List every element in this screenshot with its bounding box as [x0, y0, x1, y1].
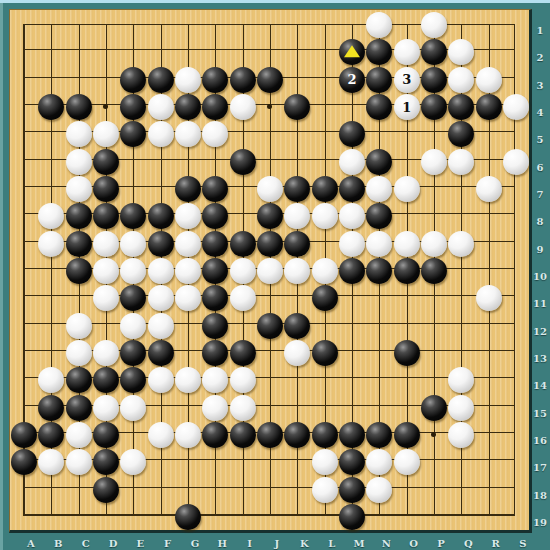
board-point-R9[interactable]: [475, 230, 502, 257]
board-point-A2[interactable]: [11, 39, 38, 66]
board-point-S5[interactable]: [502, 121, 529, 148]
board-point-B11[interactable]: [38, 285, 65, 312]
board-point-E9[interactable]: [120, 230, 147, 257]
board-point-L9[interactable]: [311, 230, 338, 257]
board-point-P16[interactable]: [420, 421, 447, 448]
board-point-Q10[interactable]: [448, 257, 475, 284]
board-point-C6[interactable]: [65, 148, 92, 175]
board-point-M16[interactable]: [338, 421, 365, 448]
board-point-M18[interactable]: [338, 476, 365, 503]
board-point-Q12[interactable]: [448, 312, 475, 339]
board-point-R12[interactable]: [475, 312, 502, 339]
board-point-M3[interactable]: 2: [338, 66, 365, 93]
board-point-S6[interactable]: [502, 148, 529, 175]
board-point-S10[interactable]: [502, 257, 529, 284]
board-point-I8[interactable]: [229, 203, 256, 230]
board-point-K4[interactable]: [284, 93, 311, 120]
board-point-E8[interactable]: [120, 203, 147, 230]
board-point-P17[interactable]: [420, 449, 447, 476]
board-point-B8[interactable]: [38, 203, 65, 230]
board-point-Q19[interactable]: [448, 503, 475, 530]
board-point-A16[interactable]: [11, 421, 38, 448]
board-point-I6[interactable]: [229, 148, 256, 175]
board-point-I1[interactable]: [229, 12, 256, 39]
board-point-F18[interactable]: [147, 476, 174, 503]
board-point-M12[interactable]: [338, 312, 365, 339]
board-point-O11[interactable]: [393, 285, 420, 312]
board-point-P7[interactable]: [420, 175, 447, 202]
board-point-L2[interactable]: [311, 39, 338, 66]
board-point-H7[interactable]: [202, 175, 229, 202]
board-point-I5[interactable]: [229, 121, 256, 148]
board-point-I7[interactable]: [229, 175, 256, 202]
board-point-J4[interactable]: [256, 93, 283, 120]
board-point-K5[interactable]: [284, 121, 311, 148]
board-point-J3[interactable]: [256, 66, 283, 93]
board-point-C15[interactable]: [65, 394, 92, 421]
board-point-N7[interactable]: [366, 175, 393, 202]
board-point-O10[interactable]: [393, 257, 420, 284]
board-point-S3[interactable]: [502, 66, 529, 93]
board-point-E15[interactable]: [120, 394, 147, 421]
board-point-N6[interactable]: [366, 148, 393, 175]
board-point-F7[interactable]: [147, 175, 174, 202]
board-point-P4[interactable]: [420, 93, 447, 120]
board-point-J5[interactable]: [256, 121, 283, 148]
board-point-K3[interactable]: [284, 66, 311, 93]
board-point-Q11[interactable]: [448, 285, 475, 312]
board-point-P19[interactable]: [420, 503, 447, 530]
board-point-G5[interactable]: [174, 121, 201, 148]
board-point-D4[interactable]: [92, 93, 119, 120]
board-point-C2[interactable]: [65, 39, 92, 66]
board-point-G1[interactable]: [174, 12, 201, 39]
board-point-P5[interactable]: [420, 121, 447, 148]
board-point-J13[interactable]: [256, 339, 283, 366]
board-point-B3[interactable]: [38, 66, 65, 93]
board-point-D10[interactable]: [92, 257, 119, 284]
board-point-N9[interactable]: [366, 230, 393, 257]
board-point-H12[interactable]: [202, 312, 229, 339]
board-point-R4[interactable]: [475, 93, 502, 120]
board-point-G12[interactable]: [174, 312, 201, 339]
board-point-C7[interactable]: [65, 175, 92, 202]
board-point-I10[interactable]: [229, 257, 256, 284]
board-point-Q5[interactable]: [448, 121, 475, 148]
board-point-G14[interactable]: [174, 367, 201, 394]
board-point-R19[interactable]: [475, 503, 502, 530]
board-point-K7[interactable]: [284, 175, 311, 202]
board-point-R18[interactable]: [475, 476, 502, 503]
board-point-D5[interactable]: [92, 121, 119, 148]
board-point-H10[interactable]: [202, 257, 229, 284]
board-point-J6[interactable]: [256, 148, 283, 175]
board-point-L1[interactable]: [311, 12, 338, 39]
board-point-F16[interactable]: [147, 421, 174, 448]
board-point-M9[interactable]: [338, 230, 365, 257]
board-point-A1[interactable]: [11, 12, 38, 39]
board-point-A6[interactable]: [11, 148, 38, 175]
board-point-L17[interactable]: [311, 449, 338, 476]
board-point-J8[interactable]: [256, 203, 283, 230]
board-point-Q13[interactable]: [448, 339, 475, 366]
board-point-H2[interactable]: [202, 39, 229, 66]
board-point-A10[interactable]: [11, 257, 38, 284]
board-point-R13[interactable]: [475, 339, 502, 366]
board-point-B5[interactable]: [38, 121, 65, 148]
board-point-J14[interactable]: [256, 367, 283, 394]
board-point-G17[interactable]: [174, 449, 201, 476]
board-point-C1[interactable]: [65, 12, 92, 39]
board-point-O5[interactable]: [393, 121, 420, 148]
board-point-G18[interactable]: [174, 476, 201, 503]
board-point-I16[interactable]: [229, 421, 256, 448]
board-point-O19[interactable]: [393, 503, 420, 530]
board-point-J11[interactable]: [256, 285, 283, 312]
board-point-D19[interactable]: [92, 503, 119, 530]
board-point-O8[interactable]: [393, 203, 420, 230]
board-point-G16[interactable]: [174, 421, 201, 448]
board-point-F19[interactable]: [147, 503, 174, 530]
board-point-O7[interactable]: [393, 175, 420, 202]
board-point-S8[interactable]: [502, 203, 529, 230]
board-point-F17[interactable]: [147, 449, 174, 476]
board-point-A9[interactable]: [11, 230, 38, 257]
board-point-N16[interactable]: [366, 421, 393, 448]
board-point-B16[interactable]: [38, 421, 65, 448]
board-point-F12[interactable]: [147, 312, 174, 339]
board-point-A4[interactable]: [11, 93, 38, 120]
board-point-F2[interactable]: [147, 39, 174, 66]
board-point-J12[interactable]: [256, 312, 283, 339]
board-point-O18[interactable]: [393, 476, 420, 503]
board-point-G13[interactable]: [174, 339, 201, 366]
board-point-I9[interactable]: [229, 230, 256, 257]
board-point-N14[interactable]: [366, 367, 393, 394]
board-point-I11[interactable]: [229, 285, 256, 312]
board-point-Q16[interactable]: [448, 421, 475, 448]
board-point-S12[interactable]: [502, 312, 529, 339]
board-point-K10[interactable]: [284, 257, 311, 284]
board-point-D9[interactable]: [92, 230, 119, 257]
board-point-B6[interactable]: [38, 148, 65, 175]
board-point-R2[interactable]: [475, 39, 502, 66]
board-point-A7[interactable]: [11, 175, 38, 202]
board-point-N8[interactable]: [366, 203, 393, 230]
board-point-Q1[interactable]: [448, 12, 475, 39]
board-point-B7[interactable]: [38, 175, 65, 202]
board-point-G15[interactable]: [174, 394, 201, 421]
board-point-D15[interactable]: [92, 394, 119, 421]
board-point-S11[interactable]: [502, 285, 529, 312]
board-point-K18[interactable]: [284, 476, 311, 503]
board-point-Q8[interactable]: [448, 203, 475, 230]
board-point-I13[interactable]: [229, 339, 256, 366]
board-point-R3[interactable]: [475, 66, 502, 93]
board-point-N10[interactable]: [366, 257, 393, 284]
board-point-M1[interactable]: [338, 12, 365, 39]
board-point-Q14[interactable]: [448, 367, 475, 394]
board-point-F8[interactable]: [147, 203, 174, 230]
board-point-I3[interactable]: [229, 66, 256, 93]
board-point-F15[interactable]: [147, 394, 174, 421]
board-point-Q15[interactable]: [448, 394, 475, 421]
board-point-A17[interactable]: [11, 449, 38, 476]
board-point-E2[interactable]: [120, 39, 147, 66]
board-point-E4[interactable]: [120, 93, 147, 120]
board-point-O3[interactable]: 3: [393, 66, 420, 93]
board-point-L16[interactable]: [311, 421, 338, 448]
board-point-F13[interactable]: [147, 339, 174, 366]
board-point-I4[interactable]: [229, 93, 256, 120]
board-point-I18[interactable]: [229, 476, 256, 503]
board-point-Q18[interactable]: [448, 476, 475, 503]
board-point-K6[interactable]: [284, 148, 311, 175]
board-point-E16[interactable]: [120, 421, 147, 448]
board-point-L13[interactable]: [311, 339, 338, 366]
board-point-O17[interactable]: [393, 449, 420, 476]
board-point-N4[interactable]: [366, 93, 393, 120]
board-point-P13[interactable]: [420, 339, 447, 366]
board-point-L14[interactable]: [311, 367, 338, 394]
board-point-H8[interactable]: [202, 203, 229, 230]
board-point-Q9[interactable]: [448, 230, 475, 257]
board-point-R5[interactable]: [475, 121, 502, 148]
board-point-M13[interactable]: [338, 339, 365, 366]
board-point-B2[interactable]: [38, 39, 65, 66]
board-point-B14[interactable]: [38, 367, 65, 394]
board-point-G11[interactable]: [174, 285, 201, 312]
board-point-M8[interactable]: [338, 203, 365, 230]
board-point-E17[interactable]: [120, 449, 147, 476]
board-point-R1[interactable]: [475, 12, 502, 39]
board-point-M5[interactable]: [338, 121, 365, 148]
board-point-S4[interactable]: [502, 93, 529, 120]
board-point-B4[interactable]: [38, 93, 65, 120]
board-point-G10[interactable]: [174, 257, 201, 284]
board-point-P6[interactable]: [420, 148, 447, 175]
board-point-M17[interactable]: [338, 449, 365, 476]
board-point-L3[interactable]: [311, 66, 338, 93]
board-point-L6[interactable]: [311, 148, 338, 175]
board-point-J10[interactable]: [256, 257, 283, 284]
board-point-R10[interactable]: [475, 257, 502, 284]
board-point-E18[interactable]: [120, 476, 147, 503]
board-point-F4[interactable]: [147, 93, 174, 120]
board-point-D1[interactable]: [92, 12, 119, 39]
board-point-Q4[interactable]: [448, 93, 475, 120]
board-point-J17[interactable]: [256, 449, 283, 476]
board-point-A19[interactable]: [11, 503, 38, 530]
board-point-P8[interactable]: [420, 203, 447, 230]
board-point-P18[interactable]: [420, 476, 447, 503]
board-point-M2[interactable]: [338, 39, 365, 66]
board-point-G8[interactable]: [174, 203, 201, 230]
board-point-D2[interactable]: [92, 39, 119, 66]
board-point-S9[interactable]: [502, 230, 529, 257]
board-point-G3[interactable]: [174, 66, 201, 93]
board-point-S19[interactable]: [502, 503, 529, 530]
board-point-P14[interactable]: [420, 367, 447, 394]
board-point-J1[interactable]: [256, 12, 283, 39]
board-point-E13[interactable]: [120, 339, 147, 366]
board-point-A5[interactable]: [11, 121, 38, 148]
board-point-G19[interactable]: [174, 503, 201, 530]
board-point-D7[interactable]: [92, 175, 119, 202]
board-point-S1[interactable]: [502, 12, 529, 39]
board-point-S18[interactable]: [502, 476, 529, 503]
board-point-M14[interactable]: [338, 367, 365, 394]
board-point-C16[interactable]: [65, 421, 92, 448]
board-point-R11[interactable]: [475, 285, 502, 312]
board-point-E5[interactable]: [120, 121, 147, 148]
board-point-I15[interactable]: [229, 394, 256, 421]
board-point-C19[interactable]: [65, 503, 92, 530]
board-point-E19[interactable]: [120, 503, 147, 530]
board-point-B18[interactable]: [38, 476, 65, 503]
board-point-R17[interactable]: [475, 449, 502, 476]
board-point-K11[interactable]: [284, 285, 311, 312]
board-point-O12[interactable]: [393, 312, 420, 339]
board-point-J7[interactable]: [256, 175, 283, 202]
board-point-G9[interactable]: [174, 230, 201, 257]
board-point-E11[interactable]: [120, 285, 147, 312]
board-point-F1[interactable]: [147, 12, 174, 39]
board-point-I17[interactable]: [229, 449, 256, 476]
board-point-H16[interactable]: [202, 421, 229, 448]
board-point-L8[interactable]: [311, 203, 338, 230]
board-point-H5[interactable]: [202, 121, 229, 148]
board-point-Q17[interactable]: [448, 449, 475, 476]
board-point-E14[interactable]: [120, 367, 147, 394]
board-point-G4[interactable]: [174, 93, 201, 120]
board-point-N13[interactable]: [366, 339, 393, 366]
board-point-C8[interactable]: [65, 203, 92, 230]
board-point-E7[interactable]: [120, 175, 147, 202]
board-point-K2[interactable]: [284, 39, 311, 66]
board-point-G2[interactable]: [174, 39, 201, 66]
board-point-P2[interactable]: [420, 39, 447, 66]
board-point-S13[interactable]: [502, 339, 529, 366]
board-point-B19[interactable]: [38, 503, 65, 530]
board-point-H14[interactable]: [202, 367, 229, 394]
board-point-K1[interactable]: [284, 12, 311, 39]
board-point-D12[interactable]: [92, 312, 119, 339]
board-point-H15[interactable]: [202, 394, 229, 421]
board-point-A12[interactable]: [11, 312, 38, 339]
board-point-R14[interactable]: [475, 367, 502, 394]
board-point-N11[interactable]: [366, 285, 393, 312]
board-point-N2[interactable]: [366, 39, 393, 66]
board-point-H9[interactable]: [202, 230, 229, 257]
board-point-L4[interactable]: [311, 93, 338, 120]
board-point-K17[interactable]: [284, 449, 311, 476]
board-point-B15[interactable]: [38, 394, 65, 421]
board-point-A13[interactable]: [11, 339, 38, 366]
board-point-M19[interactable]: [338, 503, 365, 530]
board-point-K16[interactable]: [284, 421, 311, 448]
board-point-S14[interactable]: [502, 367, 529, 394]
board-point-E12[interactable]: [120, 312, 147, 339]
board-point-C14[interactable]: [65, 367, 92, 394]
board-point-A15[interactable]: [11, 394, 38, 421]
board-point-J19[interactable]: [256, 503, 283, 530]
board-point-P9[interactable]: [420, 230, 447, 257]
board-point-I12[interactable]: [229, 312, 256, 339]
board-point-M15[interactable]: [338, 394, 365, 421]
board-point-S15[interactable]: [502, 394, 529, 421]
board-point-C13[interactable]: [65, 339, 92, 366]
go-board[interactable]: 231: [9, 9, 532, 533]
board-point-M6[interactable]: [338, 148, 365, 175]
board-point-L18[interactable]: [311, 476, 338, 503]
board-point-N1[interactable]: [366, 12, 393, 39]
board-point-N3[interactable]: [366, 66, 393, 93]
board-point-H11[interactable]: [202, 285, 229, 312]
board-point-M4[interactable]: [338, 93, 365, 120]
board-point-F3[interactable]: [147, 66, 174, 93]
board-point-N18[interactable]: [366, 476, 393, 503]
board-point-N5[interactable]: [366, 121, 393, 148]
board-point-D11[interactable]: [92, 285, 119, 312]
board-point-P12[interactable]: [420, 312, 447, 339]
board-point-E6[interactable]: [120, 148, 147, 175]
board-point-K14[interactable]: [284, 367, 311, 394]
board-point-D18[interactable]: [92, 476, 119, 503]
board-point-B1[interactable]: [38, 12, 65, 39]
board-point-F9[interactable]: [147, 230, 174, 257]
board-point-P3[interactable]: [420, 66, 447, 93]
board-point-N12[interactable]: [366, 312, 393, 339]
board-point-S2[interactable]: [502, 39, 529, 66]
board-point-D8[interactable]: [92, 203, 119, 230]
board-point-N19[interactable]: [366, 503, 393, 530]
board-point-H17[interactable]: [202, 449, 229, 476]
board-point-L19[interactable]: [311, 503, 338, 530]
board-point-R7[interactable]: [475, 175, 502, 202]
board-point-C18[interactable]: [65, 476, 92, 503]
board-point-F11[interactable]: [147, 285, 174, 312]
board-point-A8[interactable]: [11, 203, 38, 230]
board-point-L5[interactable]: [311, 121, 338, 148]
board-point-K19[interactable]: [284, 503, 311, 530]
board-point-O16[interactable]: [393, 421, 420, 448]
board-point-O13[interactable]: [393, 339, 420, 366]
board-point-S17[interactable]: [502, 449, 529, 476]
board-point-E3[interactable]: [120, 66, 147, 93]
board-point-K15[interactable]: [284, 394, 311, 421]
board-point-H13[interactable]: [202, 339, 229, 366]
board-point-M10[interactable]: [338, 257, 365, 284]
board-point-J9[interactable]: [256, 230, 283, 257]
board-point-B12[interactable]: [38, 312, 65, 339]
board-point-O6[interactable]: [393, 148, 420, 175]
board-point-C4[interactable]: [65, 93, 92, 120]
board-point-B17[interactable]: [38, 449, 65, 476]
board-point-O9[interactable]: [393, 230, 420, 257]
board-point-F10[interactable]: [147, 257, 174, 284]
board-point-O1[interactable]: [393, 12, 420, 39]
board-point-M7[interactable]: [338, 175, 365, 202]
board-point-C5[interactable]: [65, 121, 92, 148]
board-point-P1[interactable]: [420, 12, 447, 39]
board-point-B9[interactable]: [38, 230, 65, 257]
board-point-G6[interactable]: [174, 148, 201, 175]
board-point-B13[interactable]: [38, 339, 65, 366]
board-point-D3[interactable]: [92, 66, 119, 93]
board-point-B10[interactable]: [38, 257, 65, 284]
board-point-D13[interactable]: [92, 339, 119, 366]
